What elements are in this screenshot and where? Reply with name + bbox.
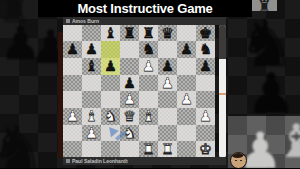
piece-black-pawn[interactable]: ♟ [161,58,174,75]
player-name-bottom: Paul Saladin Leonhardt [72,157,128,165]
square-b3[interactable]: ♝ [82,108,101,125]
square-a5[interactable] [63,75,82,92]
square-g2[interactable] [177,125,196,142]
square-a2[interactable] [63,125,82,142]
square-e2[interactable] [139,125,158,142]
square-d7[interactable] [120,41,139,58]
square-b6[interactable]: ♝ [82,58,101,75]
piece-black-bishop[interactable]: ♝ [85,58,98,75]
square-h5[interactable] [196,75,215,92]
square-a6[interactable] [63,58,82,75]
piece-white-pawn[interactable]: ♟ [161,75,174,92]
background-knight-icon: ♞ [0,118,46,168]
square-d3[interactable]: ♛ [120,108,139,125]
background-rook-icon: ♜ [0,0,32,28]
square-d4[interactable]: ♟ [120,91,139,108]
background-rook-icon: ♜ [257,0,271,11]
player-bar-bottom: Paul Saladin Leonhardt [63,157,226,165]
piece-white-king[interactable]: ♚ [199,141,212,158]
square-h3[interactable]: ♟ [196,108,215,125]
square-f5[interactable]: ♟ [158,75,177,92]
piece-black-pawn[interactable]: ♟ [123,75,136,92]
square-h4[interactable] [196,91,215,108]
square-g1[interactable] [177,141,196,158]
piece-black-pawn[interactable]: ♟ [104,58,117,75]
piece-black-queen[interactable]: ♛ [161,25,174,42]
square-c8[interactable]: ♝ [101,25,120,42]
square-g7[interactable]: ♟ [177,41,196,58]
square-a8[interactable] [63,25,82,42]
chess-panel: Amos Burn ♝♜♜♛♚♟♟♞♟♞♝♟♟♟♟♟♟♟♟♟♝♞♛♝♟♟♞♜♜♚… [63,17,226,166]
background-pawn-icon: ♟ [0,20,41,66]
square-h6[interactable]: ♟ [196,58,215,75]
piece-white-pawn[interactable]: ♟ [123,91,136,108]
piece-white-pawn[interactable]: ♟ [199,108,212,125]
piece-white-pawn[interactable]: ♟ [142,58,155,75]
piece-black-rook[interactable]: ♜ [123,25,136,42]
square-e6[interactable]: ♟ [139,58,158,75]
piece-white-bishop[interactable]: ♝ [85,108,98,125]
square-g8[interactable] [177,25,196,42]
piece-black-rook[interactable]: ♜ [142,25,155,42]
piece-black-knight[interactable]: ♞ [142,41,155,58]
piece-white-rook[interactable]: ♜ [142,141,155,158]
title-bar: Most Instructive Game [38,0,252,17]
streamer-avatar [230,152,247,169]
square-e8[interactable]: ♜ [139,25,158,42]
square-a3[interactable]: ♟ [63,108,82,125]
player-bar-top: Amos Burn [63,17,226,25]
square-b2[interactable]: ♟ [82,125,101,142]
piece-white-queen[interactable]: ♛ [123,108,136,125]
piece-white-rook[interactable]: ♜ [161,141,174,158]
chess-board-wrap: ♝♜♜♛♚♟♟♞♟♞♝♟♟♟♟♟♟♟♟♟♝♞♛♝♟♟♞♜♜♚ [63,25,215,159]
square-h1[interactable]: ♚ [196,141,215,158]
square-a4[interactable] [63,91,82,108]
piece-black-pawn[interactable]: ♟ [85,41,98,58]
square-c7[interactable] [101,41,120,58]
square-a1[interactable] [63,141,82,158]
square-f2[interactable] [158,125,177,142]
piece-white-pawn[interactable]: ♟ [180,91,193,108]
square-g4[interactable]: ♟ [177,91,196,108]
square-b1[interactable] [82,141,101,158]
square-e1[interactable]: ♜ [139,141,158,158]
piece-white-pawn[interactable]: ♟ [66,108,79,125]
square-e3[interactable]: ♝ [139,108,158,125]
square-c4[interactable] [101,91,120,108]
square-f7[interactable] [158,41,177,58]
piece-white-pawn[interactable]: ♟ [85,125,98,142]
piece-black-pawn[interactable]: ♟ [66,41,79,58]
video-frame: ♜ ♟ ♟ ♞ ♞ ♟ ♟ ♝ ♜ Most Instructive Game … [0,0,300,168]
evaluation-bar [219,25,226,159]
square-b7[interactable]: ♟ [82,41,101,58]
square-c1[interactable] [101,141,120,158]
square-e5[interactable] [139,75,158,92]
chess-board[interactable]: ♝♜♜♛♚♟♟♞♟♞♝♟♟♟♟♟♟♟♟♟♝♞♛♝♟♟♞♜♜♚ [63,25,215,159]
square-g6[interactable] [177,58,196,75]
piece-black-pawn[interactable]: ♟ [199,58,212,75]
eval-black-segment [219,25,226,60]
square-b4[interactable] [82,91,101,108]
square-f4[interactable] [158,91,177,108]
player-icon-top [66,19,70,23]
square-f3[interactable] [158,108,177,125]
player-icon-bottom [66,159,70,163]
avatar-eyes [235,160,237,162]
square-c3[interactable]: ♞ [101,108,120,125]
square-h8[interactable]: ♚ [196,25,215,42]
square-b5[interactable] [82,75,101,92]
player-name-top: Amos Burn [72,17,99,25]
square-d1[interactable] [120,141,139,158]
square-a7[interactable]: ♟ [63,41,82,58]
square-e4[interactable] [139,91,158,108]
piece-white-bishop[interactable]: ♝ [142,108,155,125]
square-d6[interactable] [120,58,139,75]
piece-black-pawn[interactable]: ♟ [180,41,193,58]
piece-black-knight[interactable]: ♞ [199,41,212,58]
piece-black-bishop[interactable]: ♝ [104,25,117,42]
square-c5[interactable] [101,75,120,92]
square-f1[interactable]: ♜ [158,141,177,158]
square-c6[interactable]: ♟ [101,58,120,75]
background-pawn-icon: ♟ [246,66,296,122]
piece-white-knight[interactable]: ♞ [104,108,117,125]
avatar-hair [231,152,244,158]
square-h7[interactable]: ♞ [196,41,215,58]
square-e7[interactable]: ♞ [139,41,158,58]
square-d5[interactable]: ♟ [120,75,139,92]
square-g3[interactable] [177,108,196,125]
square-f8[interactable]: ♛ [158,25,177,42]
square-d8[interactable]: ♜ [120,25,139,42]
background-corner-rook-square: ♜ [252,0,277,11]
square-f6[interactable]: ♟ [158,58,177,75]
square-g5[interactable] [177,75,196,92]
square-h2[interactable] [196,125,215,142]
square-b8[interactable] [82,25,101,42]
eval-marker [219,93,226,95]
piece-black-king[interactable]: ♚ [199,25,212,42]
page-title: Most Instructive Game [77,1,212,16]
background-knight-icon: ♞ [238,12,295,76]
